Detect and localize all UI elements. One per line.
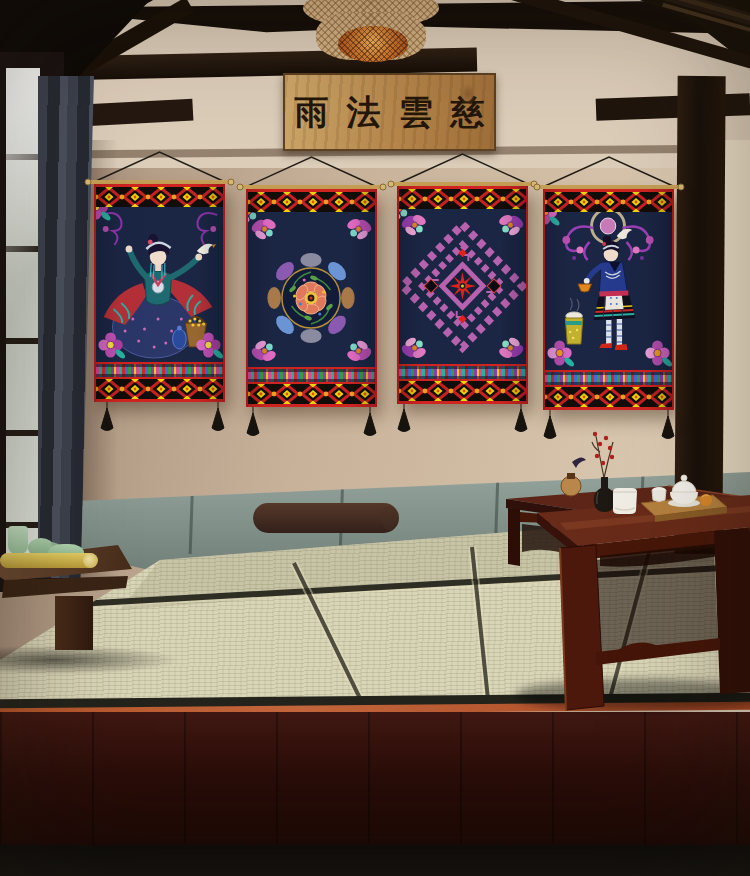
window-glass — [6, 68, 40, 576]
platform-front — [0, 712, 750, 852]
celadon-cup — [8, 526, 28, 554]
panel-seam — [189, 476, 195, 554]
scroll-3-diamond — [397, 186, 528, 404]
tea-table-group — [460, 410, 750, 720]
plaque-char-1: 雨 — [295, 95, 329, 129]
scroll-border — [545, 387, 672, 407]
scroll-border — [545, 192, 672, 212]
scroll-border — [96, 187, 223, 207]
desk-leg — [55, 596, 93, 650]
floor — [0, 845, 750, 876]
scroll-mosaic-band — [545, 370, 672, 387]
plaque-char-2: 法 — [347, 95, 381, 129]
scroll-4-girl — [543, 189, 674, 410]
scroll-2-medallion — [246, 189, 377, 407]
scroll-border — [248, 384, 375, 404]
scroll-border — [96, 379, 223, 399]
scroll-border — [399, 381, 526, 401]
plaque-char-3: 雲 — [399, 95, 433, 129]
lamp-glow — [338, 26, 408, 62]
scroll-mosaic-band — [399, 364, 526, 381]
right-beam — [596, 93, 750, 120]
scroll-trim — [248, 404, 375, 407]
calligraphy-plaque: 雨 法 雲 慈 — [283, 73, 496, 151]
wood-knot — [460, 83, 476, 105]
scroll-border — [248, 192, 375, 212]
scroll-4-art — [545, 212, 672, 370]
scroll-trim — [96, 399, 223, 402]
scroll-mosaic-band — [96, 362, 223, 379]
scroll-mosaic-band — [248, 367, 375, 384]
scroll-trim — [399, 401, 526, 404]
rolled-mat — [0, 553, 96, 568]
bolster-cushion — [253, 503, 399, 533]
scroll-1-dancer — [94, 184, 225, 402]
scroll-border — [399, 189, 526, 209]
tea-room-photo: 雨 法 雲 慈 — [0, 0, 750, 876]
scroll-2-art — [248, 212, 375, 367]
scroll-1-art — [96, 207, 223, 362]
scroll-3-art — [399, 209, 526, 364]
